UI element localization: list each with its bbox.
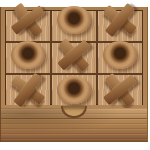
cell-r1c3[interactable] <box>98 11 142 41</box>
piece-x[interactable] <box>8 73 48 108</box>
finger-notch[interactable] <box>61 106 87 118</box>
tic-tac-toe-photo <box>0 0 150 150</box>
board-surface <box>1 7 147 108</box>
board-grid <box>5 10 143 105</box>
piece-o[interactable] <box>57 6 91 34</box>
cell-r3c3[interactable] <box>98 75 142 105</box>
piece-o[interactable] <box>11 41 45 69</box>
piece-o[interactable] <box>103 41 137 69</box>
game-box <box>0 7 148 142</box>
piece-x[interactable] <box>55 39 93 71</box>
piece-x[interactable] <box>101 3 140 37</box>
piece-o[interactable] <box>57 76 91 104</box>
cell-r1c2[interactable] <box>52 11 96 41</box>
piece-x[interactable] <box>8 3 48 38</box>
cell-r3c2[interactable] <box>52 75 96 105</box>
cell-r1c1[interactable] <box>6 11 50 41</box>
box-front-panel <box>1 108 147 142</box>
cell-r2c1[interactable] <box>6 43 50 73</box>
cell-r2c2[interactable] <box>52 43 96 73</box>
cell-r2c3[interactable] <box>98 43 142 73</box>
piece-x[interactable] <box>101 73 140 107</box>
cell-r3c1[interactable] <box>6 75 50 105</box>
